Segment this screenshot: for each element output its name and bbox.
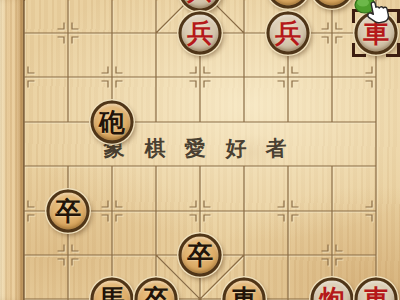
piece-black-soldier[interactable]: 卒	[135, 278, 178, 300]
piece-red-soldier[interactable]: 兵	[179, 12, 222, 55]
piece-character: 炮	[319, 286, 345, 300]
piece-character: 馬	[99, 286, 125, 300]
piece-black-horse[interactable]: 馬	[91, 278, 134, 300]
piece-red-soldier[interactable]: 兵	[267, 12, 310, 55]
piece-red-chariot[interactable]: 車	[355, 278, 398, 300]
piece-black-soldier[interactable]: 卒	[179, 234, 222, 277]
piece-character: 卒	[55, 198, 81, 225]
piece-character: 砲	[99, 109, 125, 136]
piece-character: 卒	[187, 242, 213, 269]
piece-black-soldier[interactable]: 卒	[47, 190, 90, 233]
xiangqi-board[interactable]: 象棋愛好者 兵兵兵車砲卒卒馬卒車炮車	[0, 0, 400, 300]
piece-red-chariot[interactable]: 車	[355, 12, 398, 55]
piece-black-unknown[interactable]	[267, 0, 310, 9]
pieces-layer: 兵兵兵車砲卒卒馬卒車炮車	[0, 0, 400, 300]
piece-character: 兵	[187, 20, 213, 47]
piece-black-unknown[interactable]	[311, 0, 354, 9]
piece-red-soldier[interactable]: 兵	[179, 0, 222, 12]
piece-character: 兵	[187, 0, 213, 4]
piece-black-chariot[interactable]: 車	[223, 278, 266, 300]
piece-red-cannon[interactable]: 炮	[311, 278, 354, 300]
piece-character: 車	[231, 286, 257, 300]
piece-character: 車	[363, 20, 389, 47]
piece-character: 車	[363, 286, 389, 300]
piece-black-cannon[interactable]: 砲	[91, 101, 134, 144]
piece-character: 卒	[143, 286, 169, 300]
piece-character: 兵	[275, 20, 301, 47]
